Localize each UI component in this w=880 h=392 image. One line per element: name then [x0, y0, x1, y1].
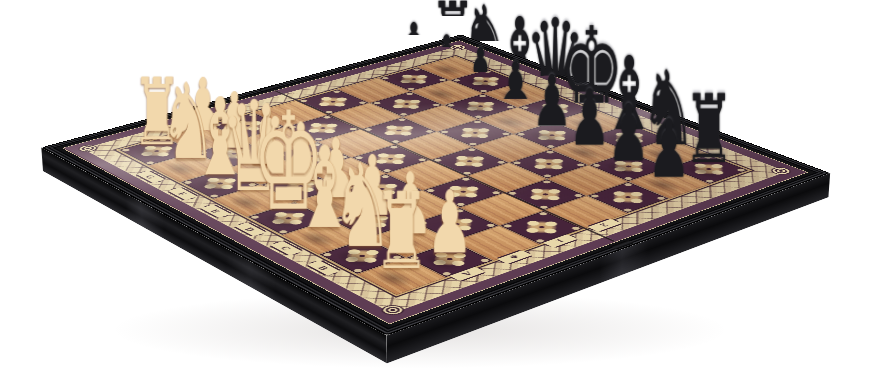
piece-white-rook[interactable]: ♜	[333, 106, 469, 276]
perspective-wrapper: ♜♞♝♛♚♝♞♜♟♟♟♟♟♟♟♟♟♟♟♟♟♟♟♟♜♞♝♛♚♝♞♜ GFEDCBA…	[0, 0, 880, 392]
pawn-glyph: ♟	[648, 109, 691, 189]
board-face: ♜♞♝♛♚♝♞♜♟♟♟♟♟♟♟♟♟♟♟♟♟♟♟♟♜♞♝♛♚♝♞♜ GFEDCBA…	[63, 41, 807, 324]
piece-black-pawn[interactable]: ♟	[607, 29, 730, 183]
chess-board: ♜♞♝♛♚♝♞♜♟♟♟♟♟♟♟♟♟♟♟♟♟♟♟♟♜♞♝♛♚♝♞♜ GFEDCBA…	[41, 35, 830, 336]
rook-glyph: ♜	[373, 178, 430, 284]
scene: ♜♞♝♛♚♝♞♜♟♟♟♟♟♟♟♟♟♟♟♟♟♟♟♟♜♞♝♛♚♝♞♜ GFEDCBA…	[0, 0, 880, 392]
